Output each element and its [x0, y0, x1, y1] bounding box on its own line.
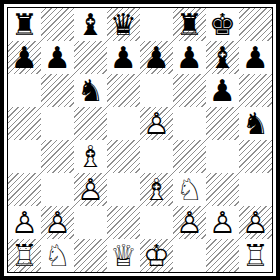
square-h4 — [239, 140, 272, 173]
white-rook-icon: ♖ — [8, 239, 41, 272]
square-b8 — [41, 8, 74, 41]
black-bishop-icon: ♝ — [206, 41, 239, 74]
piece-white-king-e1: ♚♔ — [140, 239, 173, 272]
square-e8 — [140, 8, 173, 41]
square-f2: ♟♙ — [173, 206, 206, 239]
square-b4 — [41, 140, 74, 173]
white-pawn-icon: ♙ — [239, 206, 272, 239]
black-knight-icon: ♞ — [74, 74, 107, 107]
square-d8: ♛ — [107, 8, 140, 41]
square-h5: ♞ — [239, 107, 272, 140]
piece-black-pawn-d7: ♟ — [107, 41, 140, 74]
piece-black-queen-d8: ♛ — [107, 8, 140, 41]
square-a6 — [8, 74, 41, 107]
square-g3 — [206, 173, 239, 206]
piece-black-bishop-c8: ♝ — [74, 8, 107, 41]
black-king-icon: ♚ — [206, 8, 239, 41]
square-f3: ♞♘ — [173, 173, 206, 206]
piece-black-rook-f8: ♜ — [173, 8, 206, 41]
square-e4 — [140, 140, 173, 173]
piece-black-pawn-g6: ♟ — [206, 74, 239, 107]
chess-board: ♜♝♛♜♚♟♟♟♟♟♝♟♞♟♟♙♞♝♗♟♙♝♗♞♘♟♙♟♙♟♙♟♙♟♙♜♖♞♘♛… — [7, 7, 273, 273]
piece-white-pawn-e5: ♟♙ — [140, 107, 173, 140]
chess-diagram-frame: ♜♝♛♜♚♟♟♟♟♟♝♟♞♟♟♙♞♝♗♟♙♝♗♞♘♟♙♟♙♟♙♟♙♟♙♜♖♞♘♛… — [0, 0, 280, 280]
square-h8 — [239, 8, 272, 41]
piece-white-pawn-b2: ♟♙ — [41, 206, 74, 239]
square-g5 — [206, 107, 239, 140]
square-c4: ♝♗ — [74, 140, 107, 173]
black-knight-icon: ♞ — [239, 107, 272, 140]
black-pawn-icon: ♟ — [206, 74, 239, 107]
piece-white-pawn-f2: ♟♙ — [173, 206, 206, 239]
piece-white-pawn-g2: ♟♙ — [206, 206, 239, 239]
piece-black-pawn-b7: ♟ — [41, 41, 74, 74]
black-bishop-icon: ♝ — [74, 8, 107, 41]
square-c2 — [74, 206, 107, 239]
square-h1: ♜♖ — [239, 239, 272, 272]
square-h7: ♟ — [239, 41, 272, 74]
square-f6 — [173, 74, 206, 107]
white-pawn-icon: ♙ — [206, 206, 239, 239]
white-knight-icon: ♘ — [41, 239, 74, 272]
piece-black-knight-c6: ♞ — [74, 74, 107, 107]
square-c8: ♝ — [74, 8, 107, 41]
black-pawn-icon: ♟ — [41, 41, 74, 74]
square-a4 — [8, 140, 41, 173]
square-a5 — [8, 107, 41, 140]
white-pawn-icon: ♙ — [140, 107, 173, 140]
black-pawn-icon: ♟ — [239, 41, 272, 74]
square-a3 — [8, 173, 41, 206]
black-pawn-icon: ♟ — [173, 41, 206, 74]
square-h3 — [239, 173, 272, 206]
square-e7: ♟ — [140, 41, 173, 74]
piece-black-pawn-a7: ♟ — [8, 41, 41, 74]
white-knight-icon: ♘ — [173, 173, 206, 206]
square-g2: ♟♙ — [206, 206, 239, 239]
square-d1: ♛♕ — [107, 239, 140, 272]
square-d3 — [107, 173, 140, 206]
piece-black-knight-h5: ♞ — [239, 107, 272, 140]
square-g7: ♝ — [206, 41, 239, 74]
piece-black-bishop-g7: ♝ — [206, 41, 239, 74]
black-rook-icon: ♜ — [173, 8, 206, 41]
piece-white-knight-b1: ♞♘ — [41, 239, 74, 272]
piece-white-knight-f3: ♞♘ — [173, 173, 206, 206]
square-b1: ♞♘ — [41, 239, 74, 272]
square-e6 — [140, 74, 173, 107]
white-rook-icon: ♖ — [239, 239, 272, 272]
square-c5 — [74, 107, 107, 140]
black-queen-icon: ♛ — [107, 8, 140, 41]
square-b3 — [41, 173, 74, 206]
piece-white-bishop-e3: ♝♗ — [140, 173, 173, 206]
square-c6: ♞ — [74, 74, 107, 107]
piece-white-pawn-a2: ♟♙ — [8, 206, 41, 239]
square-d4 — [107, 140, 140, 173]
piece-black-pawn-h7: ♟ — [239, 41, 272, 74]
square-h6 — [239, 74, 272, 107]
square-d7: ♟ — [107, 41, 140, 74]
square-c1 — [74, 239, 107, 272]
square-c7 — [74, 41, 107, 74]
square-e3: ♝♗ — [140, 173, 173, 206]
square-f7: ♟ — [173, 41, 206, 74]
square-f4 — [173, 140, 206, 173]
square-b7: ♟ — [41, 41, 74, 74]
piece-black-rook-a8: ♜ — [8, 8, 41, 41]
square-e1: ♚♔ — [140, 239, 173, 272]
white-queen-icon: ♕ — [107, 239, 140, 272]
square-d6 — [107, 74, 140, 107]
square-g8: ♚ — [206, 8, 239, 41]
black-pawn-icon: ♟ — [107, 41, 140, 74]
square-a1: ♜♖ — [8, 239, 41, 272]
square-a7: ♟ — [8, 41, 41, 74]
square-d2 — [107, 206, 140, 239]
black-rook-icon: ♜ — [8, 8, 41, 41]
piece-white-bishop-c4: ♝♗ — [74, 140, 107, 173]
white-bishop-icon: ♗ — [140, 173, 173, 206]
square-g1 — [206, 239, 239, 272]
square-f1 — [173, 239, 206, 272]
square-b5 — [41, 107, 74, 140]
white-bishop-icon: ♗ — [74, 140, 107, 173]
square-e2 — [140, 206, 173, 239]
white-king-icon: ♔ — [140, 239, 173, 272]
square-a2: ♟♙ — [8, 206, 41, 239]
piece-white-pawn-h2: ♟♙ — [239, 206, 272, 239]
piece-black-pawn-f7: ♟ — [173, 41, 206, 74]
square-g6: ♟ — [206, 74, 239, 107]
black-pawn-icon: ♟ — [140, 41, 173, 74]
square-c3: ♟♙ — [74, 173, 107, 206]
white-pawn-icon: ♙ — [8, 206, 41, 239]
square-b2: ♟♙ — [41, 206, 74, 239]
square-a8: ♜ — [8, 8, 41, 41]
piece-white-queen-d1: ♛♕ — [107, 239, 140, 272]
square-d5 — [107, 107, 140, 140]
white-pawn-icon: ♙ — [173, 206, 206, 239]
square-e5: ♟♙ — [140, 107, 173, 140]
piece-white-rook-h1: ♜♖ — [239, 239, 272, 272]
square-f5 — [173, 107, 206, 140]
white-pawn-icon: ♙ — [74, 173, 107, 206]
square-b6 — [41, 74, 74, 107]
square-g4 — [206, 140, 239, 173]
black-pawn-icon: ♟ — [8, 41, 41, 74]
piece-black-king-g8: ♚ — [206, 8, 239, 41]
white-pawn-icon: ♙ — [41, 206, 74, 239]
piece-black-pawn-e7: ♟ — [140, 41, 173, 74]
square-f8: ♜ — [173, 8, 206, 41]
piece-white-pawn-c3: ♟♙ — [74, 173, 107, 206]
piece-white-rook-a1: ♜♖ — [8, 239, 41, 272]
square-h2: ♟♙ — [239, 206, 272, 239]
